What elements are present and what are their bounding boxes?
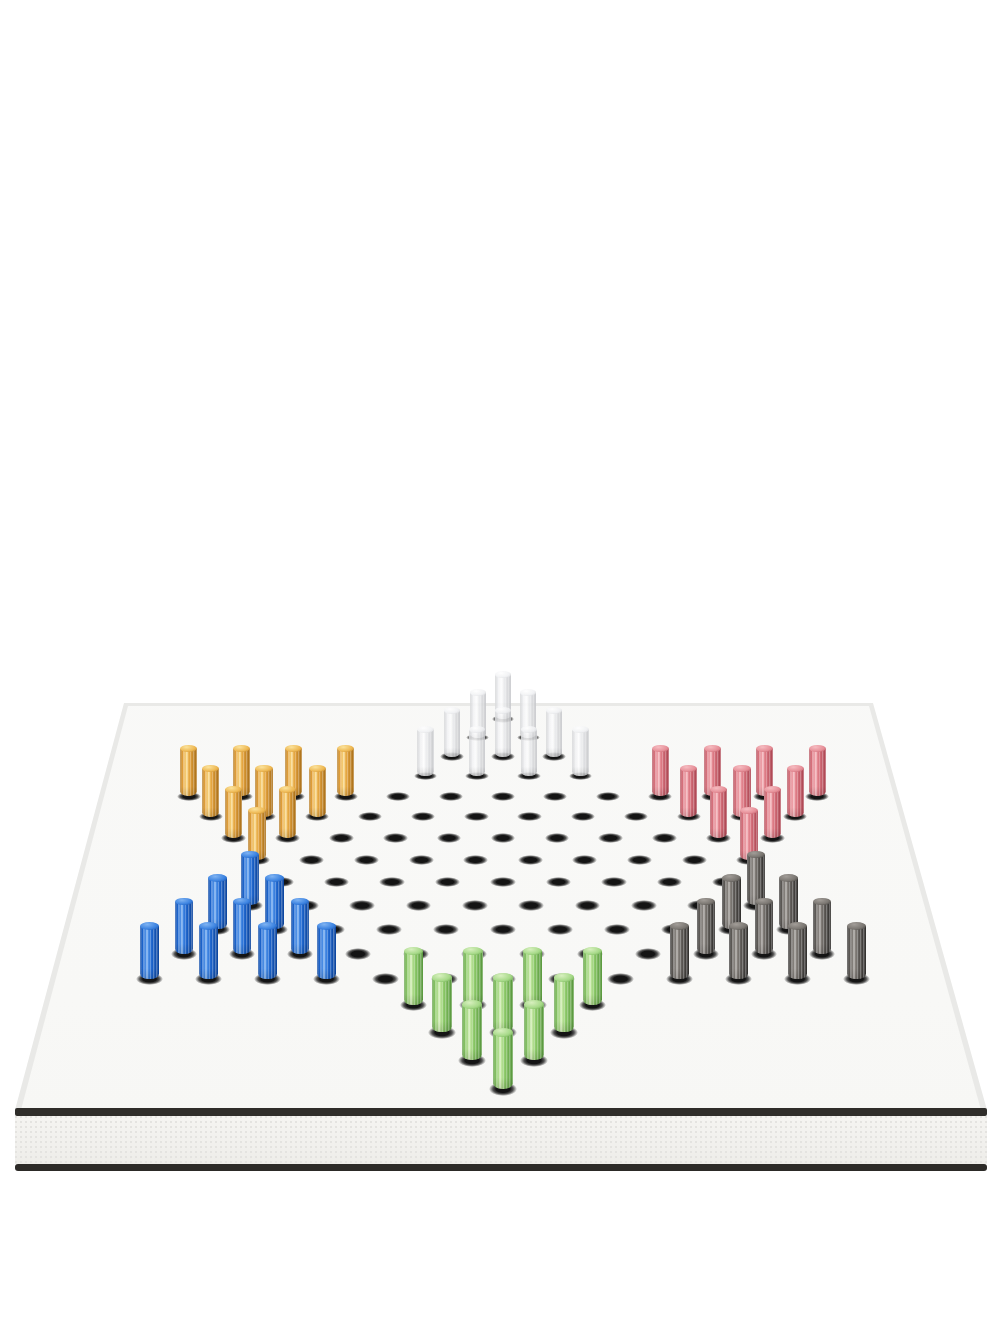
peg-cap-highlight: [317, 922, 336, 930]
peg-white[interactable]: [469, 730, 486, 777]
peg-blue[interactable]: [199, 926, 218, 979]
peg-cap-highlight: [521, 726, 538, 733]
peg-yellow[interactable]: [337, 749, 354, 796]
peg-blue[interactable]: [258, 926, 277, 979]
peg-cap-highlight: [546, 707, 562, 714]
peg-yellow[interactable]: [225, 789, 242, 838]
peg-cap-highlight: [175, 898, 194, 906]
peg-black[interactable]: [729, 926, 748, 979]
peg-cap-highlight: [202, 765, 219, 772]
peg-cap-highlight: [764, 786, 781, 793]
peg-blue[interactable]: [317, 926, 336, 979]
peg-cap-highlight: [225, 786, 242, 793]
peg-black[interactable]: [697, 902, 716, 954]
peg-cap-highlight: [847, 922, 866, 930]
peg-black[interactable]: [813, 902, 832, 954]
peg-cap-highlight: [463, 947, 482, 955]
peg-red[interactable]: [710, 789, 727, 838]
peg-cap-highlight: [462, 1000, 482, 1008]
peg-white[interactable]: [546, 711, 562, 757]
peg-blue[interactable]: [175, 902, 194, 954]
peg-cap-highlight: [747, 851, 765, 859]
peg-cap-highlight: [583, 947, 602, 955]
peg-blue[interactable]: [140, 926, 159, 979]
chinese-checkers-board: [0, 0, 1000, 1334]
peg-red[interactable]: [680, 769, 697, 817]
peg-black[interactable]: [847, 926, 866, 979]
peg-blue[interactable]: [233, 902, 252, 954]
peg-yellow[interactable]: [279, 789, 296, 838]
peg-cap-highlight: [704, 745, 721, 752]
peg-cap-highlight: [199, 922, 218, 930]
peg-white[interactable]: [444, 711, 460, 757]
peg-green[interactable]: [583, 951, 602, 1005]
peg-yellow[interactable]: [309, 769, 326, 817]
peg-cap-highlight: [255, 765, 272, 772]
peg-cap-highlight: [524, 1000, 544, 1008]
peg-cap-highlight: [248, 807, 266, 814]
peg-cap-highlight: [180, 745, 197, 752]
peg-white[interactable]: [495, 711, 511, 757]
peg-cap-highlight: [722, 874, 740, 882]
peg-black[interactable]: [670, 926, 689, 979]
peg-cap-highlight: [670, 922, 689, 930]
peg-black[interactable]: [755, 902, 774, 954]
peg-cap-highlight: [469, 726, 486, 733]
peg-green[interactable]: [404, 951, 423, 1005]
peg-white[interactable]: [572, 730, 589, 777]
peg-cap-highlight: [241, 851, 259, 859]
peg-cap-highlight: [279, 786, 296, 793]
peg-cap-highlight: [495, 707, 511, 714]
peg-green[interactable]: [463, 951, 482, 1005]
peg-cap-highlight: [417, 726, 434, 733]
peg-cap-highlight: [432, 973, 451, 981]
peg-cap-highlight: [337, 745, 354, 752]
peg-cap-highlight: [520, 689, 536, 696]
peg-red[interactable]: [764, 789, 781, 838]
peg-green[interactable]: [462, 1004, 482, 1060]
peg-cap-highlight: [729, 922, 748, 930]
peg-cap-highlight: [233, 898, 252, 906]
peg-green[interactable]: [493, 1032, 513, 1089]
peg-cap-highlight: [265, 874, 283, 882]
peg-cap-highlight: [787, 765, 804, 772]
peg-cap-highlight: [697, 898, 716, 906]
product-photo: [0, 0, 1000, 1334]
peg-cap-highlight: [493, 973, 512, 981]
peg-cap-highlight: [572, 726, 589, 733]
peg-cap-highlight: [470, 689, 486, 696]
peg-green[interactable]: [523, 951, 542, 1005]
peg-cap-highlight: [309, 765, 326, 772]
peg-cap-highlight: [233, 745, 250, 752]
peg-cap-highlight: [755, 898, 774, 906]
pegs-layer: [0, 0, 1000, 1334]
peg-red[interactable]: [652, 749, 669, 796]
peg-cap-highlight: [554, 973, 573, 981]
peg-cap-highlight: [258, 922, 277, 930]
peg-green[interactable]: [554, 977, 573, 1032]
peg-cap-highlight: [788, 922, 807, 930]
peg-yellow[interactable]: [202, 769, 219, 817]
peg-white[interactable]: [521, 730, 538, 777]
peg-black[interactable]: [788, 926, 807, 979]
peg-cap-highlight: [652, 745, 669, 752]
peg-green[interactable]: [432, 977, 451, 1032]
peg-blue[interactable]: [291, 902, 310, 954]
peg-white[interactable]: [417, 730, 434, 777]
peg-yellow[interactable]: [180, 749, 197, 796]
peg-cap-highlight: [779, 874, 797, 882]
peg-green[interactable]: [524, 1004, 544, 1060]
peg-cap-highlight: [756, 745, 773, 752]
peg-cap-highlight: [809, 745, 826, 752]
peg-cap-highlight: [680, 765, 697, 772]
peg-cap-highlight: [285, 745, 302, 752]
peg-cap-highlight: [495, 671, 511, 678]
peg-red[interactable]: [787, 769, 804, 817]
peg-cap-highlight: [740, 807, 758, 814]
peg-cap-highlight: [733, 765, 750, 772]
peg-cap-highlight: [523, 947, 542, 955]
peg-cap-highlight: [208, 874, 226, 882]
peg-cap-highlight: [710, 786, 727, 793]
peg-red[interactable]: [809, 749, 826, 796]
peg-cap-highlight: [291, 898, 310, 906]
peg-cap-highlight: [404, 947, 423, 955]
peg-cap-highlight: [444, 707, 460, 714]
peg-cap-highlight: [813, 898, 832, 906]
peg-green[interactable]: [493, 977, 512, 1032]
peg-cap-highlight: [140, 922, 159, 930]
peg-cap-highlight: [493, 1028, 513, 1036]
